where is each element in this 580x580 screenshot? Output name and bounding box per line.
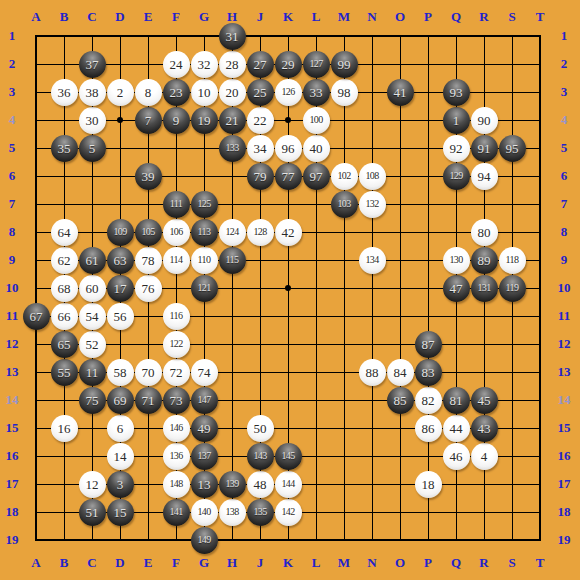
stone-white-N13-move-88[interactable]: 88: [359, 359, 386, 386]
stone-white-G13-move-74[interactable]: 74: [191, 359, 218, 386]
stone-white-F12-move-122[interactable]: 122: [163, 331, 190, 358]
stone-black-S10-move-119[interactable]: 119: [499, 275, 526, 302]
move-number: 48: [254, 478, 267, 491]
row-label-14: 14: [0, 386, 24, 414]
stone-white-C10-move-60[interactable]: 60: [79, 275, 106, 302]
row-label-2: 2: [0, 50, 24, 78]
stone-black-R9-move-89[interactable]: 89: [471, 247, 498, 274]
stone-white-K3-move-126[interactable]: 126: [275, 79, 302, 106]
stone-black-M2-move-99[interactable]: 99: [331, 51, 358, 78]
row-label-19: 19: [0, 526, 24, 554]
row-label-13: 13: [0, 358, 24, 386]
move-number: 91: [478, 142, 491, 155]
stone-black-G17-move-13[interactable]: 13: [191, 471, 218, 498]
stone-white-J15-move-50[interactable]: 50: [247, 415, 274, 442]
stone-white-Q5-move-92[interactable]: 92: [443, 135, 470, 162]
stone-white-G9-move-110[interactable]: 110: [191, 247, 218, 274]
move-number: 56: [114, 310, 127, 323]
move-number: 42: [282, 226, 295, 239]
move-number: 116: [170, 311, 183, 321]
move-number: 6: [117, 422, 124, 435]
move-number: 39: [142, 170, 155, 183]
move-number: 103: [337, 199, 350, 209]
move-number: 69: [114, 394, 127, 407]
stone-black-C2-move-37[interactable]: 37: [79, 51, 106, 78]
stone-white-F15-move-146[interactable]: 146: [163, 415, 190, 442]
go-board: ABCDEFGHJKLMNOPQRST ABCDEFGHJKLMNOPQRST …: [0, 0, 580, 580]
move-number: 141: [169, 507, 182, 517]
move-number: 2: [117, 86, 124, 99]
col-label-B: B: [50, 553, 78, 573]
stone-white-D3-move-2[interactable]: 2: [107, 79, 134, 106]
row-label-14: 14: [552, 386, 576, 414]
move-number: 139: [225, 479, 238, 489]
move-number: 109: [113, 227, 126, 237]
move-number: 35: [58, 142, 71, 155]
move-number: 102: [337, 171, 350, 181]
stone-white-G18-move-140[interactable]: 140: [191, 499, 218, 526]
stone-black-C13-move-11[interactable]: 11: [79, 359, 106, 386]
stone-black-C18-move-51[interactable]: 51: [79, 499, 106, 526]
stone-black-B5-move-35[interactable]: 35: [51, 135, 78, 162]
move-number: 41: [394, 86, 407, 99]
move-number: 71: [142, 394, 155, 407]
stone-white-R6-move-94[interactable]: 94: [471, 163, 498, 190]
stone-white-P17-move-18[interactable]: 18: [415, 471, 442, 498]
stone-white-Q9-move-130[interactable]: 130: [443, 247, 470, 274]
stone-black-D18-move-15[interactable]: 15: [107, 499, 134, 526]
stone-white-B11-move-66[interactable]: 66: [51, 303, 78, 330]
row-label-5: 5: [552, 134, 576, 162]
move-number: 22: [254, 114, 267, 127]
stone-white-D15-move-6[interactable]: 6: [107, 415, 134, 442]
move-number: 58: [114, 366, 127, 379]
stone-white-K8-move-42[interactable]: 42: [275, 219, 302, 246]
move-number: 137: [197, 451, 210, 461]
move-number: 36: [58, 86, 71, 99]
stone-black-D8-move-109[interactable]: 109: [107, 219, 134, 246]
row-label-5: 5: [0, 134, 24, 162]
stone-white-E10-move-76[interactable]: 76: [135, 275, 162, 302]
stone-black-Q3-move-93[interactable]: 93: [443, 79, 470, 106]
stone-white-Q15-move-44[interactable]: 44: [443, 415, 470, 442]
row-label-6: 6: [552, 162, 576, 190]
stone-white-N7-move-132[interactable]: 132: [359, 191, 386, 218]
stone-black-C14-move-75[interactable]: 75: [79, 387, 106, 414]
move-number: 80: [478, 226, 491, 239]
stone-black-G7-move-125[interactable]: 125: [191, 191, 218, 218]
col-label-F: F: [162, 553, 190, 573]
col-label-H: H: [218, 553, 246, 573]
move-number: 75: [86, 394, 99, 407]
move-number: 95: [506, 142, 519, 155]
stone-black-F4-move-9[interactable]: 9: [163, 107, 190, 134]
stone-black-Q4-move-1[interactable]: 1: [443, 107, 470, 134]
stone-black-E8-move-105[interactable]: 105: [135, 219, 162, 246]
move-number: 16: [58, 422, 71, 435]
stone-white-F8-move-106[interactable]: 106: [163, 219, 190, 246]
move-number: 105: [141, 227, 154, 237]
stone-black-J6-move-79[interactable]: 79: [247, 163, 274, 190]
stone-white-C17-move-12[interactable]: 12: [79, 471, 106, 498]
col-label-T: T: [526, 553, 554, 573]
stone-black-B13-move-55[interactable]: 55: [51, 359, 78, 386]
stone-white-K5-move-96[interactable]: 96: [275, 135, 302, 162]
stone-white-N6-move-108[interactable]: 108: [359, 163, 386, 190]
move-number: 43: [478, 422, 491, 435]
stone-black-L2-move-127[interactable]: 127: [303, 51, 330, 78]
col-label-J: J: [246, 553, 274, 573]
move-number: 110: [198, 255, 211, 265]
move-number: 93: [450, 86, 463, 99]
move-number: 88: [366, 366, 379, 379]
stone-white-K18-move-142[interactable]: 142: [275, 499, 302, 526]
stone-black-M7-move-103[interactable]: 103: [331, 191, 358, 218]
move-number: 34: [254, 142, 267, 155]
stone-black-F18-move-141[interactable]: 141: [163, 499, 190, 526]
move-number: 98: [338, 86, 351, 99]
move-number: 66: [58, 310, 71, 323]
stone-black-J2-move-27[interactable]: 27: [247, 51, 274, 78]
move-number: 106: [169, 227, 182, 237]
move-number: 86: [422, 422, 435, 435]
col-label-M: M: [330, 553, 358, 573]
stone-white-B8-move-64[interactable]: 64: [51, 219, 78, 246]
stone-white-S9-move-118[interactable]: 118: [499, 247, 526, 274]
stone-white-E3-move-8[interactable]: 8: [135, 79, 162, 106]
stone-white-D13-move-58[interactable]: 58: [107, 359, 134, 386]
stone-black-R10-move-131[interactable]: 131: [471, 275, 498, 302]
stone-black-O14-move-85[interactable]: 85: [387, 387, 414, 414]
stone-black-G14-move-147[interactable]: 147: [191, 387, 218, 414]
row-label-7: 7: [0, 190, 24, 218]
stone-black-L6-move-97[interactable]: 97: [303, 163, 330, 190]
col-label-Q: Q: [442, 553, 470, 573]
move-number: 136: [169, 451, 182, 461]
stone-white-H2-move-28[interactable]: 28: [219, 51, 246, 78]
row-label-11: 11: [0, 302, 24, 330]
move-number: 61: [86, 254, 99, 267]
row-label-9: 9: [552, 246, 576, 274]
move-number: 135: [253, 507, 266, 517]
move-number: 32: [198, 58, 211, 71]
stone-black-C5-move-5[interactable]: 5: [79, 135, 106, 162]
move-number: 81: [450, 394, 463, 407]
move-number: 29: [282, 58, 295, 71]
row-label-18: 18: [552, 498, 576, 526]
move-number: 119: [506, 283, 519, 293]
move-number: 82: [422, 394, 435, 407]
move-number: 72: [170, 366, 183, 379]
move-number: 9: [173, 114, 180, 127]
stone-white-F2-move-24[interactable]: 24: [163, 51, 190, 78]
row-label-1: 1: [552, 22, 576, 50]
stone-white-B10-move-68[interactable]: 68: [51, 275, 78, 302]
stone-white-G3-move-10[interactable]: 10: [191, 79, 218, 106]
stone-white-B9-move-62[interactable]: 62: [51, 247, 78, 274]
move-number: 37: [86, 58, 99, 71]
stone-white-H18-move-138[interactable]: 138: [219, 499, 246, 526]
stone-black-E6-move-39[interactable]: 39: [135, 163, 162, 190]
move-number: 12: [86, 478, 99, 491]
stone-white-H3-move-20[interactable]: 20: [219, 79, 246, 106]
stone-black-E4-move-7[interactable]: 7: [135, 107, 162, 134]
stone-white-N9-move-134[interactable]: 134: [359, 247, 386, 274]
stone-white-L4-move-100[interactable]: 100: [303, 107, 330, 134]
stone-black-J3-move-25[interactable]: 25: [247, 79, 274, 106]
row-label-16: 16: [552, 442, 576, 470]
stone-white-F16-move-136[interactable]: 136: [163, 443, 190, 470]
move-number: 18: [422, 478, 435, 491]
row-label-4: 4: [0, 106, 24, 134]
move-number: 49: [198, 422, 211, 435]
stone-black-B12-move-65[interactable]: 65: [51, 331, 78, 358]
move-number: 27: [254, 58, 267, 71]
move-number: 145: [281, 451, 294, 461]
move-number: 54: [86, 310, 99, 323]
move-number: 20: [226, 86, 239, 99]
stone-black-J16-move-143[interactable]: 143: [247, 443, 274, 470]
stone-black-C9-move-61[interactable]: 61: [79, 247, 106, 274]
col-label-P: P: [414, 553, 442, 573]
stone-white-D16-move-14[interactable]: 14: [107, 443, 134, 470]
stone-black-D9-move-63[interactable]: 63: [107, 247, 134, 274]
stone-white-J4-move-22[interactable]: 22: [247, 107, 274, 134]
move-number: 77: [282, 170, 295, 183]
stone-black-G10-move-121[interactable]: 121: [191, 275, 218, 302]
col-label-L: L: [302, 553, 330, 573]
move-number: 8: [145, 86, 152, 99]
stone-black-K2-move-29[interactable]: 29: [275, 51, 302, 78]
move-number: 83: [422, 366, 435, 379]
stone-black-D17-move-3[interactable]: 3: [107, 471, 134, 498]
row-label-13: 13: [552, 358, 576, 386]
row-label-3: 3: [0, 78, 24, 106]
col-label-G: G: [190, 553, 218, 573]
move-number: 51: [86, 506, 99, 519]
move-number: 100: [309, 115, 322, 125]
row-label-4: 4: [552, 106, 576, 134]
move-number: 4: [481, 450, 488, 463]
stone-black-H4-move-21[interactable]: 21: [219, 107, 246, 134]
move-number: 89: [478, 254, 491, 267]
move-number: 142: [281, 507, 294, 517]
move-number: 13: [198, 478, 211, 491]
stone-black-K16-move-145[interactable]: 145: [275, 443, 302, 470]
col-label-E: E: [134, 553, 162, 573]
stone-white-F17-move-148[interactable]: 148: [163, 471, 190, 498]
move-number: 148: [169, 479, 182, 489]
row-label-2: 2: [552, 50, 576, 78]
move-number: 127: [309, 59, 322, 69]
stone-black-R15-move-43[interactable]: 43: [471, 415, 498, 442]
stone-black-L3-move-33[interactable]: 33: [303, 79, 330, 106]
move-number: 31: [226, 30, 239, 43]
stone-black-F3-move-23[interactable]: 23: [163, 79, 190, 106]
stone-white-R16-move-4[interactable]: 4: [471, 443, 498, 470]
stone-white-Q16-move-46[interactable]: 46: [443, 443, 470, 470]
move-number: 64: [58, 226, 71, 239]
stone-white-M3-move-98[interactable]: 98: [331, 79, 358, 106]
move-number: 3: [117, 478, 124, 491]
stone-white-R8-move-80[interactable]: 80: [471, 219, 498, 246]
move-number: 85: [394, 394, 407, 407]
stone-white-J5-move-34[interactable]: 34: [247, 135, 274, 162]
stone-black-H5-move-133[interactable]: 133: [219, 135, 246, 162]
stone-white-G2-move-32[interactable]: 32: [191, 51, 218, 78]
stone-black-D14-move-69[interactable]: 69: [107, 387, 134, 414]
stone-white-H8-move-124[interactable]: 124: [219, 219, 246, 246]
row-label-19: 19: [552, 526, 576, 554]
stone-black-F14-move-73[interactable]: 73: [163, 387, 190, 414]
stone-white-R4-move-90[interactable]: 90: [471, 107, 498, 134]
stone-black-H1-move-31[interactable]: 31: [219, 23, 246, 50]
move-number: 130: [449, 255, 462, 265]
move-number: 7: [145, 114, 152, 127]
col-label-R: R: [470, 553, 498, 573]
row-label-10: 10: [0, 274, 24, 302]
stone-black-H9-move-115[interactable]: 115: [219, 247, 246, 274]
stone-white-J17-move-48[interactable]: 48: [247, 471, 274, 498]
stone-white-M6-move-102[interactable]: 102: [331, 163, 358, 190]
move-number: 30: [86, 114, 99, 127]
move-number: 73: [170, 394, 183, 407]
col-label-A: A: [22, 553, 50, 573]
move-number: 132: [365, 199, 378, 209]
stone-white-C4-move-30[interactable]: 30: [79, 107, 106, 134]
move-number: 84: [394, 366, 407, 379]
move-number: 15: [114, 506, 127, 519]
move-number: 87: [422, 338, 435, 351]
stone-black-P12-move-87[interactable]: 87: [415, 331, 442, 358]
move-number: 92: [450, 142, 463, 155]
move-number: 118: [506, 255, 519, 265]
move-number: 1: [453, 114, 460, 127]
stone-black-K6-move-77[interactable]: 77: [275, 163, 302, 190]
stone-black-G15-move-49[interactable]: 49: [191, 415, 218, 442]
stone-white-E13-move-70[interactable]: 70: [135, 359, 162, 386]
move-number: 79: [254, 170, 267, 183]
col-label-K: K: [274, 553, 302, 573]
move-number: 90: [478, 114, 491, 127]
row-label-7: 7: [552, 190, 576, 218]
row-label-8: 8: [0, 218, 24, 246]
move-number: 131: [477, 283, 490, 293]
move-number: 67: [30, 310, 43, 323]
move-number: 133: [225, 143, 238, 153]
move-number: 52: [86, 338, 99, 351]
move-number: 108: [365, 171, 378, 181]
row-label-12: 12: [552, 330, 576, 358]
stone-black-P13-move-83[interactable]: 83: [415, 359, 442, 386]
stone-white-P14-move-82[interactable]: 82: [415, 387, 442, 414]
move-number: 96: [282, 142, 295, 155]
move-number: 78: [142, 254, 155, 267]
row-label-8: 8: [552, 218, 576, 246]
stone-black-J18-move-135[interactable]: 135: [247, 499, 274, 526]
stone-white-C12-move-52[interactable]: 52: [79, 331, 106, 358]
col-label-S: S: [498, 553, 526, 573]
move-number: 24: [170, 58, 183, 71]
row-label-3: 3: [552, 78, 576, 106]
stone-white-J8-move-128[interactable]: 128: [247, 219, 274, 246]
stone-white-C11-move-54[interactable]: 54: [79, 303, 106, 330]
move-number: 70: [142, 366, 155, 379]
stone-black-Q10-move-47[interactable]: 47: [443, 275, 470, 302]
stone-black-H17-move-139[interactable]: 139: [219, 471, 246, 498]
stone-black-G19-move-149[interactable]: 149: [191, 527, 218, 554]
row-label-12: 12: [0, 330, 24, 358]
move-number: 113: [198, 227, 211, 237]
stone-black-R5-move-91[interactable]: 91: [471, 135, 498, 162]
move-number: 149: [197, 535, 210, 545]
stone-white-F9-move-114[interactable]: 114: [163, 247, 190, 274]
move-number: 144: [281, 479, 294, 489]
move-number: 68: [58, 282, 71, 295]
stone-black-Q14-move-81[interactable]: 81: [443, 387, 470, 414]
row-label-6: 6: [0, 162, 24, 190]
stone-black-G8-move-113[interactable]: 113: [191, 219, 218, 246]
stone-black-E14-move-71[interactable]: 71: [135, 387, 162, 414]
stone-black-G4-move-19[interactable]: 19: [191, 107, 218, 134]
stone-white-L5-move-40[interactable]: 40: [303, 135, 330, 162]
row-label-16: 16: [0, 442, 24, 470]
stone-black-D10-move-17[interactable]: 17: [107, 275, 134, 302]
col-label-O: O: [386, 553, 414, 573]
row-label-9: 9: [0, 246, 24, 274]
move-number: 121: [197, 283, 210, 293]
row-label-17: 17: [552, 470, 576, 498]
stone-white-B15-move-16[interactable]: 16: [51, 415, 78, 442]
move-number: 28: [226, 58, 239, 71]
move-number: 33: [310, 86, 323, 99]
stone-white-C3-move-38[interactable]: 38: [79, 79, 106, 106]
move-number: 44: [450, 422, 463, 435]
move-number: 47: [450, 282, 463, 295]
stone-white-P15-move-86[interactable]: 86: [415, 415, 442, 442]
move-number: 128: [253, 227, 266, 237]
move-number: 99: [338, 58, 351, 71]
move-number: 21: [226, 114, 239, 127]
stone-black-G16-move-137[interactable]: 137: [191, 443, 218, 470]
stone-black-F7-move-111[interactable]: 111: [163, 191, 190, 218]
stone-black-A11-move-67[interactable]: 67: [23, 303, 50, 330]
stone-white-E9-move-78[interactable]: 78: [135, 247, 162, 274]
stone-white-B3-move-36[interactable]: 36: [51, 79, 78, 106]
move-number: 25: [254, 86, 267, 99]
move-number: 134: [365, 255, 378, 265]
move-number: 62: [58, 254, 71, 267]
stone-white-F11-move-116[interactable]: 116: [163, 303, 190, 330]
move-number: 125: [197, 199, 210, 209]
stones-layer[interactable]: 1234567891011121314151617181920212223242…: [22, 22, 554, 554]
move-number: 94: [478, 170, 491, 183]
stone-white-F13-move-72[interactable]: 72: [163, 359, 190, 386]
move-number: 122: [169, 339, 182, 349]
move-number: 126: [281, 87, 294, 97]
move-number: 74: [198, 366, 211, 379]
stone-black-S5-move-95[interactable]: 95: [499, 135, 526, 162]
move-number: 76: [142, 282, 155, 295]
stone-white-D11-move-56[interactable]: 56: [107, 303, 134, 330]
stone-black-R14-move-45[interactable]: 45: [471, 387, 498, 414]
col-label-D: D: [106, 553, 134, 573]
stone-black-Q6-move-129[interactable]: 129: [443, 163, 470, 190]
stone-white-O13-move-84[interactable]: 84: [387, 359, 414, 386]
move-number: 45: [478, 394, 491, 407]
stone-black-O3-move-41[interactable]: 41: [387, 79, 414, 106]
stone-white-K17-move-144[interactable]: 144: [275, 471, 302, 498]
